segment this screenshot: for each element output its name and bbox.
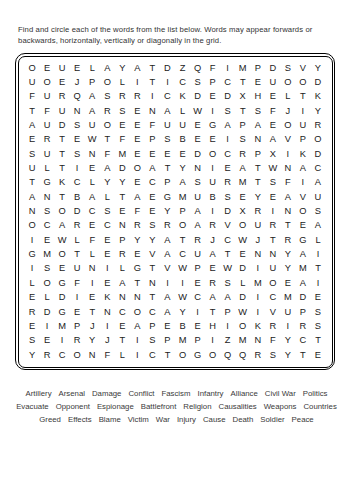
grid-cell[interactable]: E xyxy=(190,132,205,146)
grid-cell[interactable]: E xyxy=(160,147,175,161)
grid-cell[interactable]: P xyxy=(190,333,205,347)
grid-cell[interactable]: E xyxy=(115,118,130,132)
grid-cell[interactable]: P xyxy=(250,61,265,75)
grid-cell[interactable]: I xyxy=(130,347,145,361)
grid-cell[interactable]: C xyxy=(295,333,310,347)
grid-cell[interactable]: S xyxy=(265,175,280,189)
grid-cell[interactable]: G xyxy=(130,261,145,275)
grid-cell[interactable]: O xyxy=(25,218,40,232)
grid-cell[interactable]: C xyxy=(175,75,190,89)
grid-cell[interactable]: M xyxy=(235,175,250,189)
grid-cell[interactable]: S xyxy=(190,175,205,189)
grid-cell[interactable]: F xyxy=(280,175,295,189)
grid-cell[interactable]: S xyxy=(265,347,280,361)
grid-cell[interactable]: S xyxy=(160,132,175,146)
grid-cell[interactable]: W xyxy=(55,233,70,247)
grid-cell[interactable]: R xyxy=(115,247,130,261)
grid-cell[interactable]: V xyxy=(295,190,310,204)
grid-cell[interactable]: T xyxy=(25,175,40,189)
grid-cell[interactable]: O xyxy=(100,75,115,89)
grid-cell[interactable]: C xyxy=(115,304,130,318)
grid-cell[interactable]: O xyxy=(175,347,190,361)
grid-cell[interactable]: N xyxy=(130,290,145,304)
grid-cell[interactable]: O xyxy=(40,276,55,290)
grid-cell[interactable]: R xyxy=(250,204,265,218)
grid-cell[interactable]: W xyxy=(265,161,280,175)
grid-cell[interactable]: E xyxy=(70,61,85,75)
grid-cell[interactable]: F xyxy=(115,132,130,146)
grid-cell[interactable]: R xyxy=(130,218,145,232)
grid-cell[interactable]: Q xyxy=(190,61,205,75)
grid-cell[interactable]: D xyxy=(310,147,325,161)
grid-cell[interactable]: T xyxy=(235,104,250,118)
grid-cell[interactable]: O xyxy=(310,132,325,146)
grid-cell[interactable]: G xyxy=(40,175,55,189)
grid-cell[interactable]: S xyxy=(40,261,55,275)
grid-cell[interactable]: T xyxy=(205,304,220,318)
grid-cell[interactable]: W xyxy=(190,104,205,118)
grid-cell[interactable]: S xyxy=(70,147,85,161)
grid-cell[interactable]: N xyxy=(145,104,160,118)
grid-cell[interactable]: E xyxy=(40,333,55,347)
grid-cell[interactable]: R xyxy=(100,104,115,118)
grid-cell[interactable]: T xyxy=(100,132,115,146)
grid-cell[interactable]: T xyxy=(160,347,175,361)
grid-cell[interactable]: Y xyxy=(280,247,295,261)
grid-cell[interactable]: I xyxy=(220,132,235,146)
grid-cell[interactable]: C xyxy=(100,218,115,232)
grid-cell[interactable]: U xyxy=(55,61,70,75)
grid-cell[interactable]: S xyxy=(115,104,130,118)
grid-cell[interactable]: U xyxy=(25,161,40,175)
grid-cell[interactable]: T xyxy=(145,290,160,304)
grid-cell[interactable]: D xyxy=(265,61,280,75)
grid-cell[interactable]: O xyxy=(55,204,70,218)
grid-cell[interactable]: W xyxy=(235,304,250,318)
grid-cell[interactable]: A xyxy=(115,276,130,290)
grid-cell[interactable]: O xyxy=(235,218,250,232)
grid-cell[interactable]: T xyxy=(160,161,175,175)
grid-cell[interactable]: E xyxy=(55,261,70,275)
grid-cell[interactable]: E xyxy=(85,290,100,304)
grid-cell[interactable]: J xyxy=(85,319,100,333)
grid-cell[interactable]: O xyxy=(70,347,85,361)
grid-cell[interactable]: T xyxy=(295,347,310,361)
grid-cell[interactable]: A xyxy=(100,161,115,175)
grid-cell[interactable]: I xyxy=(25,233,40,247)
grid-cell[interactable]: P xyxy=(175,204,190,218)
grid-cell[interactable]: R xyxy=(70,218,85,232)
grid-cell[interactable]: P xyxy=(145,132,160,146)
grid-cell[interactable]: C xyxy=(55,347,70,361)
grid-cell[interactable]: A xyxy=(280,190,295,204)
grid-cell[interactable]: G xyxy=(55,304,70,318)
grid-cell[interactable]: E xyxy=(115,319,130,333)
grid-cell[interactable]: U xyxy=(175,118,190,132)
grid-cell[interactable]: E xyxy=(145,204,160,218)
grid-cell[interactable]: T xyxy=(250,161,265,175)
grid-cell[interactable]: E xyxy=(85,161,100,175)
grid-cell[interactable]: O xyxy=(295,75,310,89)
grid-cell[interactable]: T xyxy=(250,175,265,189)
grid-cell[interactable]: C xyxy=(70,175,85,189)
grid-cell[interactable]: R xyxy=(295,319,310,333)
grid-cell[interactable]: E xyxy=(25,132,40,146)
grid-cell[interactable]: I xyxy=(205,333,220,347)
grid-cell[interactable]: D xyxy=(235,290,250,304)
grid-cell[interactable]: V xyxy=(295,61,310,75)
grid-cell[interactable]: A xyxy=(310,175,325,189)
grid-cell[interactable]: T xyxy=(25,104,40,118)
grid-cell[interactable]: C xyxy=(310,161,325,175)
grid-cell[interactable]: J xyxy=(205,233,220,247)
grid-cell[interactable]: E xyxy=(55,75,70,89)
grid-cell[interactable]: U xyxy=(40,147,55,161)
grid-cell[interactable]: L xyxy=(100,190,115,204)
grid-cell[interactable]: E xyxy=(70,304,85,318)
grid-cell[interactable]: M xyxy=(250,276,265,290)
grid-cell[interactable]: M xyxy=(115,147,130,161)
grid-cell[interactable]: S xyxy=(100,204,115,218)
grid-cell[interactable]: I xyxy=(205,204,220,218)
grid-cell[interactable]: N xyxy=(145,276,160,290)
grid-cell[interactable]: C xyxy=(145,347,160,361)
grid-cell[interactable]: R xyxy=(115,89,130,103)
grid-cell[interactable]: C xyxy=(85,204,100,218)
grid-cell[interactable]: B xyxy=(175,132,190,146)
grid-cell[interactable]: D xyxy=(70,204,85,218)
grid-cell[interactable]: E xyxy=(130,132,145,146)
grid-cell[interactable]: S xyxy=(70,118,85,132)
grid-cell[interactable]: S xyxy=(235,132,250,146)
grid-cell[interactable]: N xyxy=(250,132,265,146)
grid-cell[interactable]: I xyxy=(100,319,115,333)
grid-cell[interactable]: U xyxy=(55,104,70,118)
grid-cell[interactable]: M xyxy=(280,290,295,304)
grid-cell[interactable]: N xyxy=(250,333,265,347)
grid-cell[interactable]: B xyxy=(175,319,190,333)
grid-cell[interactable]: S xyxy=(40,204,55,218)
grid-cell[interactable]: S xyxy=(145,333,160,347)
grid-cell[interactable]: I xyxy=(70,161,85,175)
grid-cell[interactable]: T xyxy=(145,75,160,89)
grid-cell[interactable]: N xyxy=(40,190,55,204)
grid-cell[interactable]: T xyxy=(265,233,280,247)
grid-cell[interactable]: E xyxy=(295,218,310,232)
grid-cell[interactable]: U xyxy=(40,118,55,132)
grid-cell[interactable]: P xyxy=(250,147,265,161)
grid-cell[interactable]: O xyxy=(280,75,295,89)
grid-cell[interactable]: M xyxy=(295,261,310,275)
grid-cell[interactable]: C xyxy=(220,233,235,247)
grid-cell[interactable]: E xyxy=(130,175,145,189)
grid-cell[interactable]: L xyxy=(280,89,295,103)
grid-cell[interactable]: F xyxy=(100,147,115,161)
grid-cell[interactable]: U xyxy=(205,175,220,189)
grid-cell[interactable]: M xyxy=(235,333,250,347)
grid-cell[interactable]: T xyxy=(55,147,70,161)
grid-cell[interactable]: E xyxy=(115,204,130,218)
grid-cell[interactable]: O xyxy=(235,319,250,333)
grid-cell[interactable]: D xyxy=(160,61,175,75)
grid-cell[interactable]: R xyxy=(130,89,145,103)
grid-cell[interactable]: L xyxy=(40,161,55,175)
grid-cell[interactable]: F xyxy=(70,276,85,290)
grid-cell[interactable]: T xyxy=(55,132,70,146)
grid-cell[interactable]: D xyxy=(190,89,205,103)
grid-cell[interactable]: T xyxy=(145,61,160,75)
grid-cell[interactable]: A xyxy=(55,218,70,232)
grid-cell[interactable]: E xyxy=(190,118,205,132)
grid-cell[interactable]: D xyxy=(55,118,70,132)
grid-cell[interactable]: J xyxy=(70,75,85,89)
grid-cell[interactable]: N xyxy=(85,347,100,361)
grid-cell[interactable]: I xyxy=(250,261,265,275)
grid-cell[interactable]: E xyxy=(235,190,250,204)
grid-cell[interactable]: P xyxy=(190,261,205,275)
grid-cell[interactable]: L xyxy=(85,175,100,189)
grid-cell[interactable]: L xyxy=(115,75,130,89)
grid-cell[interactable]: S xyxy=(25,333,40,347)
grid-cell[interactable]: T xyxy=(235,75,250,89)
grid-cell[interactable]: I xyxy=(100,261,115,275)
grid-cell[interactable]: E xyxy=(310,347,325,361)
grid-cell[interactable]: D xyxy=(190,147,205,161)
grid-cell[interactable]: E xyxy=(175,147,190,161)
grid-cell[interactable]: P xyxy=(205,75,220,89)
grid-cell[interactable]: I xyxy=(70,290,85,304)
grid-cell[interactable]: Y xyxy=(85,333,100,347)
grid-cell[interactable]: A xyxy=(130,190,145,204)
grid-cell[interactable]: E xyxy=(130,247,145,261)
grid-cell[interactable]: S xyxy=(250,104,265,118)
grid-cell[interactable]: A xyxy=(160,247,175,261)
grid-cell[interactable]: L xyxy=(85,61,100,75)
grid-cell[interactable]: K xyxy=(175,89,190,103)
grid-cell[interactable]: X xyxy=(265,147,280,161)
grid-cell[interactable]: K xyxy=(250,319,265,333)
grid-cell[interactable]: E xyxy=(250,75,265,89)
grid-cell[interactable]: F xyxy=(205,61,220,75)
grid-cell[interactable]: N xyxy=(115,290,130,304)
grid-cell[interactable]: T xyxy=(220,247,235,261)
grid-cell[interactable]: E xyxy=(130,147,145,161)
grid-cell[interactable]: Z xyxy=(175,61,190,75)
grid-cell[interactable]: T xyxy=(115,333,130,347)
grid-cell[interactable]: R xyxy=(220,175,235,189)
grid-cell[interactable]: L xyxy=(175,104,190,118)
grid-cell[interactable]: Q xyxy=(235,347,250,361)
grid-cell[interactable]: I xyxy=(265,204,280,218)
grid-cell[interactable]: C xyxy=(145,175,160,189)
grid-cell[interactable]: D xyxy=(220,89,235,103)
grid-cell[interactable]: E xyxy=(100,276,115,290)
grid-cell[interactable]: Y xyxy=(100,175,115,189)
grid-cell[interactable]: R xyxy=(280,233,295,247)
grid-cell[interactable]: A xyxy=(160,304,175,318)
grid-cell[interactable]: N xyxy=(190,161,205,175)
grid-cell[interactable]: L xyxy=(70,233,85,247)
grid-cell[interactable]: T xyxy=(55,161,70,175)
grid-cell[interactable]: T xyxy=(145,261,160,275)
grid-cell[interactable]: I xyxy=(25,261,40,275)
grid-cell[interactable]: R xyxy=(190,233,205,247)
grid-cell[interactable]: Y xyxy=(175,161,190,175)
grid-cell[interactable]: Y xyxy=(145,233,160,247)
grid-cell[interactable]: P xyxy=(160,175,175,189)
grid-cell[interactable]: W xyxy=(220,261,235,275)
grid-cell[interactable]: U xyxy=(265,261,280,275)
grid-cell[interactable]: R xyxy=(250,347,265,361)
grid-cell[interactable]: G xyxy=(190,347,205,361)
grid-cell[interactable]: Q xyxy=(220,347,235,361)
grid-cell[interactable]: D xyxy=(310,75,325,89)
grid-cell[interactable]: T xyxy=(295,89,310,103)
grid-cell[interactable]: U xyxy=(25,75,40,89)
grid-cell[interactable]: Y xyxy=(310,61,325,75)
grid-cell[interactable]: Y xyxy=(280,261,295,275)
grid-cell[interactable]: C xyxy=(220,147,235,161)
grid-cell[interactable]: A xyxy=(295,247,310,261)
grid-cell[interactable]: N xyxy=(85,261,100,275)
grid-cell[interactable]: I xyxy=(280,147,295,161)
grid-cell[interactable]: U xyxy=(85,118,100,132)
grid-cell[interactable]: O xyxy=(265,276,280,290)
grid-cell[interactable]: P xyxy=(85,75,100,89)
grid-cell[interactable]: M xyxy=(40,247,55,261)
grid-cell[interactable]: N xyxy=(115,218,130,232)
grid-cell[interactable]: S xyxy=(310,204,325,218)
grid-cell[interactable]: E xyxy=(265,89,280,103)
grid-cell[interactable]: B xyxy=(205,190,220,204)
grid-cell[interactable]: S xyxy=(310,304,325,318)
grid-cell[interactable]: R xyxy=(265,319,280,333)
grid-cell[interactable]: G xyxy=(205,118,220,132)
grid-cell[interactable]: W xyxy=(175,261,190,275)
grid-cell[interactable]: L xyxy=(40,290,55,304)
grid-cell[interactable]: A xyxy=(295,161,310,175)
grid-cell[interactable]: X xyxy=(235,204,250,218)
grid-cell[interactable]: L xyxy=(115,261,130,275)
grid-cell[interactable]: P xyxy=(295,132,310,146)
grid-cell[interactable]: P xyxy=(295,304,310,318)
grid-cell[interactable]: A xyxy=(190,218,205,232)
grid-cell[interactable]: A xyxy=(85,104,100,118)
grid-cell[interactable]: A xyxy=(205,290,220,304)
grid-cell[interactable]: A xyxy=(160,233,175,247)
grid-cell[interactable]: E xyxy=(145,190,160,204)
grid-cell[interactable]: I xyxy=(160,75,175,89)
grid-cell[interactable]: N xyxy=(280,204,295,218)
grid-cell[interactable]: A xyxy=(220,290,235,304)
grid-cell[interactable]: E xyxy=(70,132,85,146)
grid-cell[interactable]: U xyxy=(190,247,205,261)
grid-cell[interactable]: U xyxy=(70,261,85,275)
grid-cell[interactable]: A xyxy=(190,204,205,218)
grid-cell[interactable]: E xyxy=(100,233,115,247)
grid-cell[interactable]: T xyxy=(70,247,85,261)
grid-cell[interactable]: T xyxy=(115,190,130,204)
grid-cell[interactable]: E xyxy=(310,290,325,304)
grid-cell[interactable]: R xyxy=(160,218,175,232)
grid-cell[interactable]: Y xyxy=(250,190,265,204)
grid-cell[interactable]: E xyxy=(25,319,40,333)
grid-cell[interactable]: T xyxy=(280,218,295,232)
grid-cell[interactable]: F xyxy=(145,118,160,132)
grid-cell[interactable]: O xyxy=(130,161,145,175)
grid-cell[interactable]: N xyxy=(100,304,115,318)
grid-cell[interactable]: A xyxy=(85,89,100,103)
grid-cell[interactable]: M xyxy=(175,190,190,204)
grid-cell[interactable]: Q xyxy=(70,89,85,103)
grid-cell[interactable]: F xyxy=(130,204,145,218)
grid-cell[interactable]: O xyxy=(205,347,220,361)
grid-cell[interactable]: M xyxy=(235,61,250,75)
grid-cell[interactable]: U xyxy=(40,89,55,103)
grid-cell[interactable]: Y xyxy=(310,104,325,118)
grid-cell[interactable]: R xyxy=(25,304,40,318)
grid-cell[interactable]: Y xyxy=(115,61,130,75)
grid-cell[interactable]: J xyxy=(100,333,115,347)
grid-cell[interactable]: A xyxy=(250,118,265,132)
grid-cell[interactable]: D xyxy=(115,161,130,175)
grid-cell[interactable]: D xyxy=(235,261,250,275)
grid-cell[interactable]: W xyxy=(85,132,100,146)
grid-cell[interactable]: A xyxy=(85,190,100,204)
grid-cell[interactable]: D xyxy=(220,204,235,218)
grid-cell[interactable]: R xyxy=(235,147,250,161)
grid-cell[interactable]: N xyxy=(265,247,280,261)
grid-cell[interactable]: Y xyxy=(280,333,295,347)
grid-cell[interactable]: I xyxy=(250,304,265,318)
grid-cell[interactable]: I xyxy=(310,247,325,261)
grid-cell[interactable]: A xyxy=(205,247,220,261)
grid-cell[interactable]: G xyxy=(160,190,175,204)
grid-cell[interactable]: A xyxy=(25,118,40,132)
grid-cell[interactable]: D xyxy=(55,290,70,304)
grid-cell[interactable]: T xyxy=(55,190,70,204)
grid-cell[interactable]: O xyxy=(100,118,115,132)
grid-cell[interactable]: S xyxy=(220,104,235,118)
grid-cell[interactable]: H xyxy=(205,319,220,333)
grid-cell[interactable]: I xyxy=(175,276,190,290)
grid-cell[interactable]: I xyxy=(130,333,145,347)
grid-cell[interactable]: A xyxy=(310,218,325,232)
grid-cell[interactable]: I xyxy=(220,61,235,75)
grid-cell[interactable]: O xyxy=(280,118,295,132)
grid-cell[interactable]: V xyxy=(265,304,280,318)
grid-cell[interactable]: J xyxy=(250,233,265,247)
grid-cell[interactable]: R xyxy=(205,218,220,232)
grid-cell[interactable]: E xyxy=(160,319,175,333)
grid-cell[interactable]: S xyxy=(25,147,40,161)
grid-cell[interactable]: U xyxy=(280,304,295,318)
grid-cell[interactable]: P xyxy=(160,333,175,347)
grid-cell[interactable]: E xyxy=(85,218,100,232)
grid-cell[interactable]: F xyxy=(25,89,40,103)
grid-cell[interactable]: O xyxy=(40,75,55,89)
grid-cell[interactable]: K xyxy=(310,89,325,103)
grid-cell[interactable]: O xyxy=(55,247,70,261)
grid-cell[interactable]: A xyxy=(175,175,190,189)
grid-cell[interactable]: E xyxy=(190,276,205,290)
grid-cell[interactable]: A xyxy=(265,132,280,146)
grid-cell[interactable]: K xyxy=(100,290,115,304)
grid-cell[interactable]: J xyxy=(280,104,295,118)
grid-cell[interactable]: A xyxy=(160,290,175,304)
grid-cell[interactable]: C xyxy=(160,89,175,103)
grid-cell[interactable]: A xyxy=(130,319,145,333)
